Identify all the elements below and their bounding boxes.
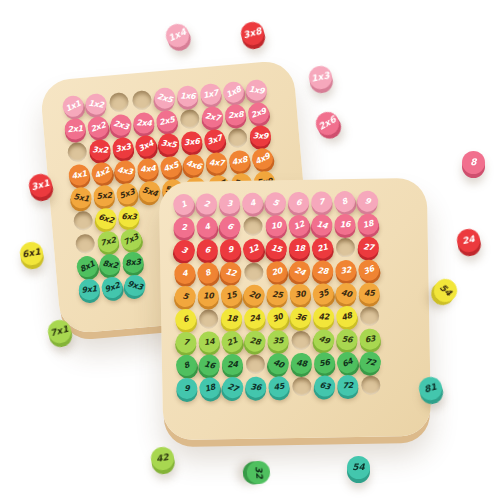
front-peg-25[interactable]: 25 — [266, 283, 289, 306]
front-peg-7[interactable]: 7 — [175, 331, 198, 354]
back-peg-2x1[interactable]: 2x1 — [64, 118, 87, 141]
front-peg-3[interactable]: 3 — [171, 237, 198, 264]
front-peg-36[interactable]: 36 — [288, 305, 313, 330]
back-peg-8x3[interactable]: 8x3 — [122, 251, 145, 274]
front-peg-30[interactable]: 30 — [288, 283, 312, 307]
front-cell-r1c1: 1 — [172, 193, 195, 216]
back-peg-5x1[interactable]: 5x1 — [69, 186, 93, 210]
back-hole-r3c1[interactable] — [67, 142, 88, 163]
back-peg-4x3[interactable]: 4x3 — [113, 159, 137, 183]
front-peg-28[interactable]: 28 — [242, 329, 267, 354]
front-cell-r6c3: 18 — [220, 307, 243, 330]
front-peg-24[interactable]: 24 — [243, 306, 267, 330]
back-peg-9x3[interactable]: 9x3 — [122, 273, 148, 299]
front-cell-r5c6: 30 — [289, 283, 312, 306]
front-cell-r5c3: 15 — [220, 284, 243, 307]
front-cell-r3c8 — [334, 236, 357, 259]
front-cell-r8c3: 24 — [221, 353, 244, 376]
back-peg-2x8[interactable]: 2x8 — [224, 104, 247, 127]
back-cell-r9c3: 9x3 — [123, 273, 148, 298]
front-peg-18[interactable]: 18 — [355, 211, 381, 237]
front-cell-r1c3: 3 — [218, 192, 241, 215]
back-peg-1x9[interactable]: 1x9 — [244, 78, 268, 102]
front-peg-24[interactable]: 24 — [286, 258, 313, 285]
front-cell-r7c6 — [289, 329, 312, 352]
back-cell-r1c2: 1x2 — [84, 92, 109, 117]
back-peg-3x9[interactable]: 3x9 — [250, 125, 272, 147]
front-peg-27[interactable]: 27 — [357, 236, 380, 259]
back-hole-r1c3[interactable] — [109, 92, 130, 113]
front-hole-r2c4[interactable] — [243, 217, 262, 236]
front-cell-r4c6: 24 — [288, 260, 311, 283]
back-cell-r3c1 — [65, 140, 90, 165]
back-peg-2x5[interactable]: 2x5 — [152, 85, 178, 111]
front-cell-r6c2 — [197, 307, 220, 330]
front-cell-r4c2: 8 — [196, 261, 219, 284]
front-cell-r9c8: 72 — [336, 374, 359, 397]
front-board-products: 1234567892461012141618369121518212748122… — [159, 178, 431, 441]
front-peg-45[interactable]: 45 — [359, 283, 380, 304]
back-cell-r6c2: 6x2 — [94, 206, 119, 231]
front-peg-21[interactable]: 21 — [218, 328, 245, 355]
front-cell-r3c3: 9 — [219, 238, 242, 261]
back-cell-r2c8: 2x8 — [223, 103, 248, 128]
front-cell-r5c2: 10 — [197, 284, 220, 307]
front-peg-14[interactable]: 14 — [309, 212, 334, 237]
back-peg-4x6[interactable]: 4x6 — [181, 152, 207, 178]
back-cell-r5c1: 5x1 — [69, 185, 94, 210]
back-cell-r1c3 — [107, 90, 132, 115]
back-cell-r6c3: 6x3 — [117, 204, 142, 229]
front-cell-r6c9 — [358, 304, 381, 327]
front-cell-r2c4 — [241, 215, 264, 238]
front-cell-r8c5: 40 — [267, 352, 290, 375]
front-peg-21[interactable]: 21 — [310, 235, 336, 261]
back-peg-2x9[interactable]: 2x9 — [245, 100, 272, 127]
loose-peg-24-5[interactable]: 24 — [455, 227, 482, 254]
front-board-grid: 1234567892461012141618369121518212748122… — [159, 178, 431, 401]
front-cell-r6c7: 42 — [312, 305, 335, 328]
back-peg-2x3[interactable]: 2x3 — [108, 112, 134, 138]
back-peg-7x2[interactable]: 7x2 — [96, 229, 121, 254]
back-cell-r2c3: 2x3 — [109, 113, 134, 138]
loose-peg-54-6[interactable]: 54 — [429, 274, 461, 306]
front-peg-9[interactable]: 9 — [355, 189, 380, 214]
front-cell-r1c5: 5 — [264, 191, 287, 214]
back-hole-r3c8[interactable] — [227, 128, 248, 149]
front-cell-r5c5: 25 — [266, 283, 289, 306]
back-peg-4x4[interactable]: 4x4 — [137, 158, 160, 181]
front-hole-r6c9[interactable] — [360, 307, 379, 326]
back-cell-r3c6: 3x6 — [179, 130, 204, 155]
front-cell-r6c1: 6 — [174, 308, 197, 331]
front-peg-9[interactable]: 9 — [219, 238, 243, 262]
front-hole-r3c8[interactable] — [336, 238, 355, 257]
front-peg-8[interactable]: 8 — [173, 352, 200, 379]
front-cell-r3c6: 18 — [288, 237, 311, 260]
back-peg-4x1[interactable]: 4x1 — [67, 162, 92, 187]
back-peg-1x2[interactable]: 1x2 — [84, 92, 108, 116]
front-cell-r5c9: 45 — [358, 282, 381, 305]
front-peg-45[interactable]: 45 — [267, 375, 291, 399]
front-cell-r4c3: 12 — [219, 261, 242, 284]
back-peg-2x7[interactable]: 2x7 — [201, 105, 225, 129]
back-peg-3x5[interactable]: 3x5 — [157, 132, 181, 156]
front-peg-35[interactable]: 35 — [267, 330, 288, 351]
front-cell-r5c8: 40 — [335, 282, 358, 305]
back-cell-r4c6: 4x6 — [181, 152, 206, 177]
back-cell-r1c6: 1x6 — [175, 84, 200, 109]
back-cell-r4c3: 4x3 — [113, 158, 138, 183]
back-cell-r4c2: 4x2 — [90, 160, 115, 185]
back-cell-r1c5: 2x5 — [152, 86, 177, 111]
front-peg-63[interactable]: 63 — [358, 327, 382, 351]
loose-peg-3x8-1[interactable]: 3x8 — [238, 19, 266, 47]
front-cell-r8c1: 8 — [175, 354, 198, 377]
front-cell-r4c1: 4 — [173, 262, 196, 285]
front-cell-r1c9: 9 — [356, 190, 379, 213]
front-cell-r3c5: 15 — [265, 237, 288, 260]
front-cell-r7c1: 7 — [174, 331, 197, 354]
back-cell-r7c1 — [73, 231, 98, 256]
front-peg-16[interactable]: 16 — [197, 352, 222, 377]
back-cell-r5c2: 5x2 — [92, 183, 117, 208]
front-peg-20[interactable]: 20 — [241, 282, 268, 309]
front-peg-63[interactable]: 63 — [312, 373, 337, 398]
front-cell-r9c1: 9 — [175, 377, 198, 400]
front-cell-r1c8: 8 — [333, 190, 356, 213]
loose-peg-1x3-2[interactable]: 1x3 — [307, 64, 334, 91]
front-cell-r9c4: 36 — [244, 375, 267, 398]
front-peg-36[interactable]: 36 — [355, 257, 382, 284]
back-cell-r4c5: 4x5 — [158, 154, 183, 179]
back-hole-r1c4[interactable] — [132, 90, 153, 111]
back-peg-3x3[interactable]: 3x3 — [111, 136, 136, 161]
back-cell-r9c2: 9x2 — [100, 275, 125, 300]
front-cell-r4c5: 20 — [265, 260, 288, 283]
loose-peg-8-4[interactable]: 8 — [462, 151, 485, 174]
back-cell-r4c7: 4x7 — [204, 150, 229, 175]
front-peg-6[interactable]: 6 — [196, 238, 219, 261]
front-cell-r8c9: 72 — [359, 350, 382, 373]
front-cell-r3c2: 6 — [196, 238, 219, 261]
front-peg-14[interactable]: 14 — [197, 330, 221, 354]
front-cell-r8c2: 16 — [198, 353, 221, 376]
front-peg-6[interactable]: 6 — [217, 213, 244, 240]
front-cell-r4c8: 32 — [334, 259, 357, 282]
front-peg-42[interactable]: 42 — [313, 306, 334, 327]
loose-peg-32-9[interactable]: 32 — [246, 460, 271, 485]
back-peg-5x3[interactable]: 5x3 — [114, 180, 141, 207]
front-cell-r3c4: 12 — [242, 238, 265, 261]
front-peg-12[interactable]: 12 — [218, 260, 243, 285]
front-peg-10[interactable]: 10 — [198, 285, 219, 306]
front-hole-r7c6[interactable] — [291, 331, 310, 350]
front-cell-r5c1: 5 — [174, 285, 197, 308]
front-peg-5[interactable]: 5 — [173, 284, 198, 309]
front-peg-2[interactable]: 2 — [194, 191, 219, 216]
back-hole-r7c1[interactable] — [75, 233, 96, 254]
back-hole-r6c1[interactable] — [73, 210, 94, 231]
front-peg-72[interactable]: 72 — [358, 350, 383, 375]
back-cell-r1c7: 1x7 — [198, 82, 223, 107]
back-peg-9x1[interactable]: 9x1 — [78, 278, 101, 301]
back-cell-r3c8 — [225, 126, 250, 151]
front-cell-r8c6: 48 — [290, 352, 313, 375]
back-cell-r1c8: 1x8 — [221, 80, 246, 105]
back-peg-9x2[interactable]: 9x2 — [99, 274, 126, 301]
front-peg-40[interactable]: 40 — [334, 281, 359, 306]
front-cell-r2c7: 14 — [310, 213, 333, 236]
back-peg-6x3[interactable]: 6x3 — [118, 206, 140, 228]
back-cell-r7c2: 7x2 — [96, 229, 121, 254]
front-hole-r6c2[interactable] — [199, 309, 218, 328]
front-cell-r3c7: 21 — [311, 236, 334, 259]
front-cell-r8c7: 56 — [313, 351, 336, 374]
front-cell-r6c5: 30 — [266, 306, 289, 329]
front-cell-r4c9: 36 — [357, 259, 380, 282]
front-peg-1[interactable]: 1 — [170, 191, 197, 218]
front-peg-4[interactable]: 4 — [173, 262, 197, 286]
front-peg-10[interactable]: 10 — [264, 214, 288, 238]
front-cell-r7c5: 35 — [266, 329, 289, 352]
front-cell-r3c9: 27 — [357, 236, 380, 259]
front-cell-r1c2: 2 — [195, 192, 218, 215]
front-peg-72[interactable]: 72 — [337, 375, 358, 396]
back-peg-8x2[interactable]: 8x2 — [98, 253, 122, 277]
front-cell-r8c8: 64 — [336, 351, 359, 374]
front-cell-r6c6: 36 — [289, 306, 312, 329]
back-peg-4x8[interactable]: 4x8 — [227, 148, 252, 173]
front-peg-4[interactable]: 4 — [240, 190, 266, 216]
front-cell-r9c2: 18 — [198, 376, 221, 399]
loose-peg-54-8[interactable]: 54 — [347, 456, 370, 479]
front-peg-32[interactable]: 32 — [334, 259, 358, 283]
front-cell-r2c1: 2 — [172, 216, 195, 239]
front-peg-20[interactable]: 20 — [264, 259, 290, 285]
front-peg-15[interactable]: 15 — [218, 283, 244, 309]
back-cell-r1c4 — [129, 88, 154, 113]
front-peg-18[interactable]: 18 — [289, 238, 310, 259]
back-peg-6x2[interactable]: 6x2 — [93, 206, 119, 232]
front-peg-27[interactable]: 27 — [219, 374, 246, 401]
front-peg-8[interactable]: 8 — [194, 259, 221, 286]
back-cell-r8c3: 8x3 — [121, 250, 146, 275]
back-cell-r3c2: 3x2 — [88, 138, 113, 163]
back-peg-2x4[interactable]: 2x4 — [133, 112, 155, 134]
front-hole-r4c4[interactable] — [244, 263, 263, 282]
front-peg-28[interactable]: 28 — [311, 259, 334, 282]
back-cell-r1c9: 1x9 — [244, 78, 269, 103]
front-cell-r7c4: 28 — [243, 330, 266, 353]
back-cell-r2c2: 2x2 — [86, 115, 111, 140]
front-cell-r9c7: 63 — [313, 374, 336, 397]
front-peg-48[interactable]: 48 — [290, 352, 313, 375]
back-peg-4x7[interactable]: 4x7 — [206, 152, 228, 174]
front-cell-r7c7: 49 — [312, 328, 335, 351]
back-cell-r2c9: 2x9 — [246, 101, 271, 126]
back-cell-r2c5: 2x5 — [154, 109, 179, 134]
back-cell-r5c3: 5x3 — [115, 181, 140, 206]
front-peg-16[interactable]: 16 — [334, 214, 355, 235]
front-peg-2[interactable]: 2 — [173, 217, 194, 238]
front-peg-36[interactable]: 36 — [244, 376, 267, 399]
back-cell-r9c1: 9x1 — [77, 277, 102, 302]
front-peg-12[interactable]: 12 — [285, 212, 312, 239]
front-peg-5[interactable]: 5 — [262, 189, 289, 216]
back-cell-r3c7: 3x7 — [202, 128, 227, 153]
loose-peg-42-10[interactable]: 42 — [149, 445, 176, 472]
back-cell-r7c3: 7x3 — [119, 227, 144, 252]
back-hole-r2c6[interactable] — [179, 109, 200, 130]
front-cell-r5c4: 20 — [243, 284, 266, 307]
front-cell-r7c8: 56 — [335, 328, 358, 351]
front-cell-r2c6: 12 — [287, 214, 310, 237]
front-peg-49[interactable]: 49 — [311, 327, 338, 354]
front-peg-15[interactable]: 15 — [264, 236, 289, 261]
front-peg-18[interactable]: 18 — [220, 307, 243, 330]
back-cell-r8c2: 8x2 — [98, 252, 123, 277]
front-cell-r2c3: 6 — [218, 215, 241, 238]
front-peg-7[interactable]: 7 — [310, 190, 334, 214]
back-cell-r3c3: 3x3 — [111, 136, 136, 161]
back-peg-1x6[interactable]: 1x6 — [177, 85, 199, 107]
back-peg-5x2[interactable]: 5x2 — [93, 184, 116, 207]
back-cell-r2c4: 2x4 — [131, 111, 156, 136]
front-peg-56[interactable]: 56 — [313, 351, 337, 375]
back-peg-2x5[interactable]: 2x5 — [154, 109, 179, 134]
front-cell-r2c8: 16 — [333, 213, 356, 236]
front-peg-12[interactable]: 12 — [240, 236, 267, 263]
front-cell-r1c4: 4 — [241, 192, 264, 215]
front-peg-56[interactable]: 56 — [336, 328, 359, 351]
front-peg-24[interactable]: 24 — [222, 354, 243, 375]
front-cell-r7c3: 21 — [220, 330, 243, 353]
front-peg-40[interactable]: 40 — [265, 350, 292, 377]
front-peg-8[interactable]: 8 — [331, 188, 358, 215]
front-cell-r4c7: 28 — [311, 259, 334, 282]
front-peg-64[interactable]: 64 — [334, 349, 361, 376]
back-cell-r2c1: 2x1 — [63, 117, 88, 142]
front-peg-6[interactable]: 6 — [287, 191, 310, 214]
back-cell-r4c8: 4x8 — [227, 148, 252, 173]
back-cell-r4c4: 4x4 — [135, 156, 160, 181]
back-cell-r6c1 — [71, 208, 96, 233]
front-cell-r4c4 — [242, 261, 265, 284]
back-peg-3x2[interactable]: 3x2 — [89, 139, 111, 161]
back-cell-r2c6 — [177, 107, 202, 132]
loose-peg-2x6-3[interactable]: 2x6 — [312, 108, 343, 139]
back-cell-r8c1: 8x1 — [75, 254, 100, 279]
front-cell-r3c1: 3 — [173, 239, 196, 262]
front-peg-35[interactable]: 35 — [310, 280, 337, 307]
front-cell-r2c5: 10 — [264, 214, 287, 237]
front-peg-9[interactable]: 9 — [176, 378, 197, 399]
back-cell-r1c1: 1x1 — [61, 94, 86, 119]
front-peg-6[interactable]: 6 — [173, 307, 199, 333]
back-peg-2x2[interactable]: 2x2 — [85, 114, 112, 141]
front-peg-18[interactable]: 18 — [197, 375, 223, 401]
front-cell-r6c4: 24 — [243, 307, 266, 330]
front-cell-r5c7: 35 — [312, 282, 335, 305]
front-cell-r9c6 — [290, 375, 313, 398]
front-cell-r2c9: 18 — [356, 213, 379, 236]
front-cell-r8c4 — [244, 352, 267, 375]
front-cell-r9c9 — [359, 373, 382, 396]
back-cell-r2c7: 2x7 — [200, 105, 225, 130]
loose-peg-6x1-12[interactable]: 6x1 — [18, 240, 45, 267]
front-cell-r9c5: 45 — [267, 375, 290, 398]
front-peg-30[interactable]: 30 — [264, 304, 291, 331]
front-hole-r9c9[interactable] — [361, 376, 380, 395]
front-peg-3[interactable]: 3 — [219, 193, 240, 214]
back-cell-r3c9: 3x9 — [248, 124, 273, 149]
back-cell-r3c5: 3x5 — [156, 132, 181, 157]
front-cell-r7c9: 63 — [358, 327, 381, 350]
front-cell-r1c6: 6 — [287, 191, 310, 214]
back-peg-4x5[interactable]: 4x5 — [158, 154, 185, 181]
front-hole-r8c4[interactable] — [246, 355, 265, 374]
front-cell-r7c2: 14 — [197, 330, 220, 353]
front-peg-48[interactable]: 48 — [334, 304, 360, 330]
back-cell-r4c9: 4x9 — [250, 146, 275, 171]
front-peg-4[interactable]: 4 — [194, 214, 220, 240]
front-hole-r9c6[interactable] — [292, 377, 311, 396]
back-cell-r3c4: 3x4 — [133, 134, 158, 159]
front-cell-r9c3: 27 — [221, 376, 244, 399]
back-cell-r4c1: 4x1 — [67, 162, 92, 187]
back-peg-1x7[interactable]: 1x7 — [198, 82, 223, 107]
back-peg-3x6[interactable]: 3x6 — [180, 131, 203, 154]
front-cell-r2c2: 4 — [195, 215, 218, 238]
front-cell-r6c8: 48 — [335, 305, 358, 328]
front-cell-r1c7: 7 — [310, 190, 333, 213]
back-peg-3x7[interactable]: 3x7 — [201, 127, 228, 154]
loose-peg-1x4-0[interactable]: 1x4 — [162, 20, 193, 51]
